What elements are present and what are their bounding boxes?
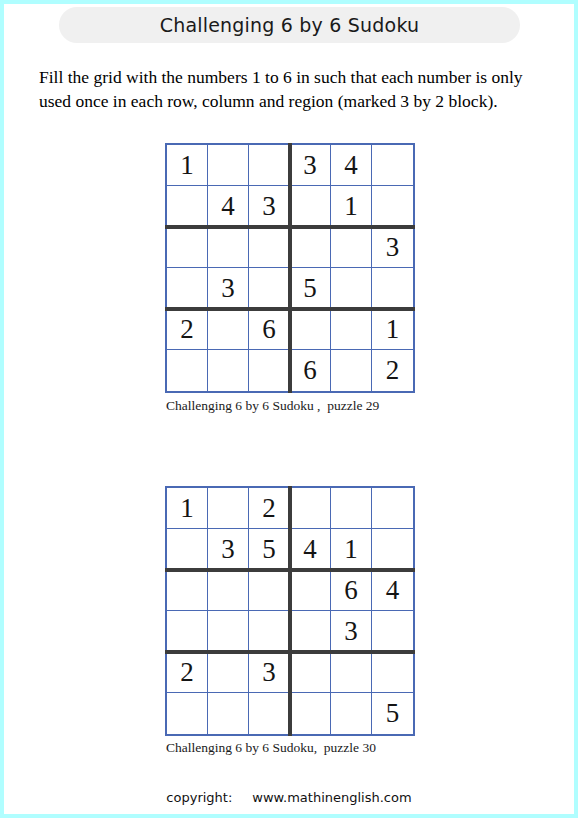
sudoku-cell — [249, 145, 290, 186]
sudoku-cell — [372, 145, 413, 186]
sudoku-cell — [290, 488, 331, 529]
sudoku-cell — [249, 268, 290, 309]
sudoku-cell — [331, 268, 372, 309]
sudoku-cell: 5 — [290, 268, 331, 309]
sudoku-cell: 5 — [249, 529, 290, 570]
sudoku-cell — [167, 570, 208, 611]
sudoku-cell: 3 — [290, 145, 331, 186]
caption-puzzle-30: Challenging 6 by 6 Sudoku, puzzle 30 — [166, 740, 376, 756]
sudoku-cell: 4 — [208, 186, 249, 227]
sudoku-cell: 1 — [331, 529, 372, 570]
sudoku-cell: 6 — [331, 570, 372, 611]
sudoku-grid-puzzle-30: 123541643235 — [165, 486, 415, 736]
worksheet-page: Challenging 6 by 6 Sudoku Fill the grid … — [0, 0, 578, 818]
sudoku-cell — [290, 227, 331, 268]
instructions-line-2: used once in each row, column and region… — [39, 89, 559, 113]
sudoku-cell — [372, 529, 413, 570]
sudoku-cell: 2 — [372, 350, 413, 391]
sudoku-cell — [208, 488, 249, 529]
sudoku-cell — [331, 488, 372, 529]
sudoku-cell — [167, 693, 208, 734]
sudoku-cell — [290, 570, 331, 611]
sudoku-cell — [372, 488, 413, 529]
sudoku-cell — [167, 611, 208, 652]
sudoku-cell — [331, 350, 372, 391]
sudoku-cell — [249, 350, 290, 391]
page-title: Challenging 6 by 6 Sudoku — [59, 7, 520, 43]
sudoku-cell — [290, 652, 331, 693]
sudoku-cell: 3 — [372, 227, 413, 268]
sudoku-cell — [290, 309, 331, 350]
sudoku-cell — [249, 227, 290, 268]
sudoku-cell — [167, 529, 208, 570]
sudoku-grid-puzzle-29: 13443133526162 — [165, 143, 415, 393]
caption-puzzle-29: Challenging 6 by 6 Sudoku , puzzle 29 — [166, 398, 379, 414]
sudoku-cell: 2 — [167, 309, 208, 350]
sudoku-cell: 1 — [167, 145, 208, 186]
sudoku-cell — [372, 268, 413, 309]
sudoku-cell — [331, 652, 372, 693]
sudoku-cell: 5 — [372, 693, 413, 734]
sudoku-cell — [290, 186, 331, 227]
sudoku-cell — [167, 268, 208, 309]
sudoku-cell: 2 — [249, 488, 290, 529]
sudoku-cell — [331, 693, 372, 734]
sudoku-cell: 3 — [208, 268, 249, 309]
sudoku-cell — [249, 611, 290, 652]
sudoku-cell — [167, 186, 208, 227]
sudoku-cell — [372, 652, 413, 693]
sudoku-cell: 3 — [249, 186, 290, 227]
sudoku-cell: 3 — [249, 652, 290, 693]
sudoku-cell — [290, 693, 331, 734]
sudoku-cell: 4 — [290, 529, 331, 570]
sudoku-cell — [208, 145, 249, 186]
sudoku-cell: 4 — [331, 145, 372, 186]
sudoku-cell — [167, 350, 208, 391]
sudoku-cell — [249, 693, 290, 734]
sudoku-cell — [249, 570, 290, 611]
sudoku-cell — [372, 611, 413, 652]
sudoku-cell: 1 — [167, 488, 208, 529]
sudoku-cell: 4 — [372, 570, 413, 611]
sudoku-cell: 6 — [249, 309, 290, 350]
sudoku-cell: 1 — [372, 309, 413, 350]
sudoku-cell: 3 — [208, 529, 249, 570]
sudoku-cell: 2 — [167, 652, 208, 693]
sudoku-cell: 6 — [290, 350, 331, 391]
instructions-line-1: Fill the grid with the numbers 1 to 6 in… — [39, 65, 559, 89]
footer: copyright: www.mathinenglish.com — [4, 790, 574, 805]
sudoku-cell — [208, 652, 249, 693]
sudoku-cell — [372, 186, 413, 227]
page-title-text: Challenging 6 by 6 Sudoku — [160, 14, 420, 36]
sudoku-cell — [208, 570, 249, 611]
sudoku-cell — [331, 309, 372, 350]
website-text: www.mathinenglish.com — [252, 790, 411, 805]
instructions: Fill the grid with the numbers 1 to 6 in… — [39, 65, 559, 113]
copyright-label: copyright: — [166, 790, 232, 805]
sudoku-cell — [208, 350, 249, 391]
sudoku-cell — [208, 309, 249, 350]
sudoku-cell — [208, 611, 249, 652]
sudoku-cell — [208, 693, 249, 734]
sudoku-cell: 1 — [331, 186, 372, 227]
sudoku-cell — [331, 227, 372, 268]
sudoku-cell: 3 — [331, 611, 372, 652]
sudoku-cell — [290, 611, 331, 652]
sudoku-cell — [167, 227, 208, 268]
sudoku-cell — [208, 227, 249, 268]
